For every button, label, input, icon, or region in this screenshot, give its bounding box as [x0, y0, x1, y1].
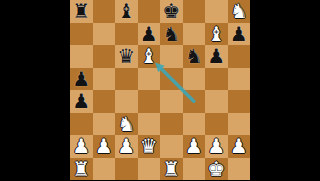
square-d5[interactable] — [138, 68, 161, 91]
square-e4[interactable] — [160, 90, 183, 113]
square-h6[interactable] — [228, 45, 251, 68]
square-g6[interactable]: ♟ — [205, 45, 228, 68]
square-d1[interactable] — [138, 158, 161, 181]
piece-black-pawn[interactable]: ♟ — [70, 68, 93, 91]
piece-black-pawn[interactable]: ♟ — [205, 45, 228, 68]
square-f4[interactable] — [183, 90, 206, 113]
square-a7[interactable] — [70, 23, 93, 46]
square-g1[interactable]: ♚ — [205, 158, 228, 181]
piece-black-rook[interactable]: ♜ — [70, 0, 93, 23]
square-g5[interactable] — [205, 68, 228, 91]
square-a3[interactable] — [70, 113, 93, 136]
piece-white-pawn[interactable]: ♟ — [205, 135, 228, 158]
square-a4[interactable]: ♟ — [70, 90, 93, 113]
square-b1[interactable] — [93, 158, 116, 181]
square-c3[interactable]: ♞ — [115, 113, 138, 136]
piece-white-pawn[interactable]: ♟ — [70, 135, 93, 158]
piece-white-queen[interactable]: ♛ — [138, 135, 161, 158]
square-c8[interactable]: ♝ — [115, 0, 138, 23]
square-d8[interactable] — [138, 0, 161, 23]
piece-black-pawn[interactable]: ♟ — [138, 23, 161, 46]
piece-white-pawn[interactable]: ♟ — [183, 135, 206, 158]
square-g4[interactable] — [205, 90, 228, 113]
square-h3[interactable] — [228, 113, 251, 136]
screenshot-frame: ♜♝♚♞♟♞♝♟♛♝♞♟♟♟♞♟♟♟♛♟♟♟♜♜♚ — [0, 0, 320, 180]
square-a2[interactable]: ♟ — [70, 135, 93, 158]
square-a1[interactable]: ♜ — [70, 158, 93, 181]
square-h5[interactable] — [228, 68, 251, 91]
square-g3[interactable] — [205, 113, 228, 136]
square-e3[interactable] — [160, 113, 183, 136]
piece-black-bishop[interactable]: ♝ — [115, 0, 138, 23]
piece-white-bishop[interactable]: ♝ — [138, 45, 161, 68]
square-d7[interactable]: ♟ — [138, 23, 161, 46]
piece-white-rook[interactable]: ♜ — [70, 158, 93, 181]
square-c7[interactable] — [115, 23, 138, 46]
square-g7[interactable]: ♝ — [205, 23, 228, 46]
square-b6[interactable] — [93, 45, 116, 68]
square-b2[interactable]: ♟ — [93, 135, 116, 158]
piece-white-knight[interactable]: ♞ — [228, 0, 251, 23]
piece-black-king[interactable]: ♚ — [160, 0, 183, 23]
square-g8[interactable] — [205, 0, 228, 23]
square-e1[interactable]: ♜ — [160, 158, 183, 181]
square-h7[interactable]: ♟ — [228, 23, 251, 46]
piece-white-king[interactable]: ♚ — [205, 158, 228, 181]
square-h4[interactable] — [228, 90, 251, 113]
piece-white-pawn[interactable]: ♟ — [115, 135, 138, 158]
square-c4[interactable] — [115, 90, 138, 113]
square-g2[interactable]: ♟ — [205, 135, 228, 158]
square-f1[interactable] — [183, 158, 206, 181]
square-h1[interactable] — [228, 158, 251, 181]
square-f7[interactable] — [183, 23, 206, 46]
piece-white-bishop[interactable]: ♝ — [205, 23, 228, 46]
piece-black-pawn[interactable]: ♟ — [70, 90, 93, 113]
piece-black-knight[interactable]: ♞ — [183, 45, 206, 68]
square-a5[interactable]: ♟ — [70, 68, 93, 91]
square-e5[interactable] — [160, 68, 183, 91]
square-a6[interactable] — [70, 45, 93, 68]
square-b4[interactable] — [93, 90, 116, 113]
square-f8[interactable] — [183, 0, 206, 23]
square-c1[interactable] — [115, 158, 138, 181]
square-d2[interactable]: ♛ — [138, 135, 161, 158]
square-d3[interactable] — [138, 113, 161, 136]
square-b3[interactable] — [93, 113, 116, 136]
square-d6[interactable]: ♝ — [138, 45, 161, 68]
piece-white-pawn[interactable]: ♟ — [228, 135, 251, 158]
square-c6[interactable]: ♛ — [115, 45, 138, 68]
square-c5[interactable] — [115, 68, 138, 91]
square-e8[interactable]: ♚ — [160, 0, 183, 23]
square-h8[interactable]: ♞ — [228, 0, 251, 23]
square-a8[interactable]: ♜ — [70, 0, 93, 23]
square-e7[interactable]: ♞ — [160, 23, 183, 46]
square-f6[interactable]: ♞ — [183, 45, 206, 68]
piece-black-pawn[interactable]: ♟ — [228, 23, 251, 46]
square-f3[interactable] — [183, 113, 206, 136]
square-h2[interactable]: ♟ — [228, 135, 251, 158]
square-f2[interactable]: ♟ — [183, 135, 206, 158]
piece-black-knight[interactable]: ♞ — [160, 23, 183, 46]
chess-board[interactable]: ♜♝♚♞♟♞♝♟♛♝♞♟♟♟♞♟♟♟♛♟♟♟♜♜♚ — [70, 0, 250, 180]
square-f5[interactable] — [183, 68, 206, 91]
square-d4[interactable] — [138, 90, 161, 113]
square-b7[interactable] — [93, 23, 116, 46]
piece-white-rook[interactable]: ♜ — [160, 158, 183, 181]
piece-black-queen[interactable]: ♛ — [115, 45, 138, 68]
square-c2[interactable]: ♟ — [115, 135, 138, 158]
piece-white-pawn[interactable]: ♟ — [93, 135, 116, 158]
square-e2[interactable] — [160, 135, 183, 158]
square-b5[interactable] — [93, 68, 116, 91]
piece-white-knight[interactable]: ♞ — [115, 113, 138, 136]
square-e6[interactable] — [160, 45, 183, 68]
square-b8[interactable] — [93, 0, 116, 23]
